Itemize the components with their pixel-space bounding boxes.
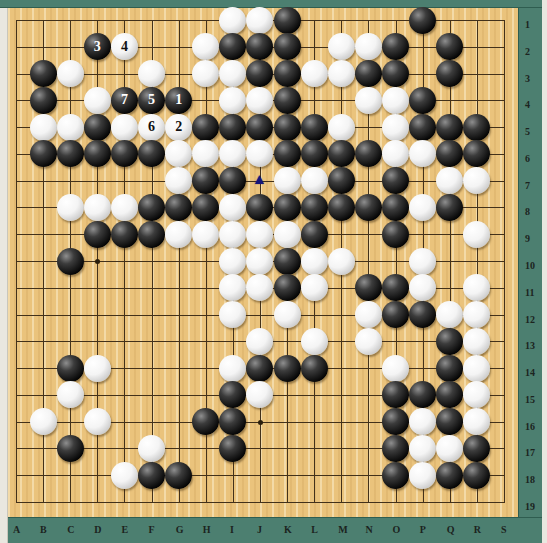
black-stone-G8 xyxy=(165,194,192,221)
black-stone-K10 xyxy=(274,248,301,275)
star-point xyxy=(258,420,263,425)
row-label-8: 8 xyxy=(525,206,530,217)
white-stone-O4 xyxy=(382,87,409,114)
black-stone-K3 xyxy=(274,60,301,87)
black-stone-I17 xyxy=(219,435,246,462)
black-stone-J2 xyxy=(246,33,273,60)
row-label-15: 15 xyxy=(525,394,535,405)
row-label-16: 16 xyxy=(525,421,535,432)
black-stone-O17 xyxy=(382,435,409,462)
black-stone-N6 xyxy=(355,140,382,167)
black-stone-I15 xyxy=(219,381,246,408)
white-stone-G6 xyxy=(165,140,192,167)
black-stone-O8 xyxy=(382,194,409,221)
move-number-label: 6 xyxy=(148,120,155,134)
row-label-panel: 12345678910111213141516171819 xyxy=(518,8,542,517)
move-number-label: 1 xyxy=(175,93,182,107)
row-label-18: 18 xyxy=(525,474,535,485)
column-label-B: B xyxy=(40,524,47,535)
white-stone-E18 xyxy=(111,462,138,489)
black-stone-E6 xyxy=(111,140,138,167)
white-stone-D4 xyxy=(84,87,111,114)
white-stone-N2 xyxy=(355,33,382,60)
black-stone-R6 xyxy=(463,140,490,167)
column-label-Q: Q xyxy=(447,524,455,535)
white-stone-C5 xyxy=(57,114,84,141)
white-stone-M3 xyxy=(328,60,355,87)
black-stone-P12 xyxy=(409,301,436,328)
white-stone-F5: 6 xyxy=(138,114,165,141)
go-board[interactable]: 3475162▲ xyxy=(8,8,519,518)
column-label-D: D xyxy=(94,524,101,535)
white-stone-K9 xyxy=(274,221,301,248)
white-stone-P11 xyxy=(409,274,436,301)
row-label-9: 9 xyxy=(525,233,530,244)
column-label-C: C xyxy=(67,524,74,535)
white-stone-J10 xyxy=(246,248,273,275)
white-stone-Q7 xyxy=(436,167,463,194)
white-stone-I3 xyxy=(219,60,246,87)
white-stone-I14 xyxy=(219,355,246,382)
row-label-2: 2 xyxy=(525,46,530,57)
white-stone-D14 xyxy=(84,355,111,382)
go-app-window: 3475162▲ 12345678910111213141516171819 A… xyxy=(0,0,547,543)
black-stone-O2 xyxy=(382,33,409,60)
black-stone-H5 xyxy=(192,114,219,141)
black-stone-K2 xyxy=(274,33,301,60)
black-stone-O3 xyxy=(382,60,409,87)
white-stone-I6 xyxy=(219,140,246,167)
black-stone-Q15 xyxy=(436,381,463,408)
black-stone-B3 xyxy=(30,60,57,87)
black-stone-Q8 xyxy=(436,194,463,221)
window-left-edge xyxy=(0,8,8,543)
column-label-P: P xyxy=(420,524,426,535)
black-stone-L6 xyxy=(301,140,328,167)
white-stone-K12 xyxy=(274,301,301,328)
black-stone-H7 xyxy=(192,167,219,194)
black-stone-D2: 3 xyxy=(84,33,111,60)
black-stone-D5 xyxy=(84,114,111,141)
column-label-N: N xyxy=(365,524,372,535)
black-stone-K4 xyxy=(274,87,301,114)
column-label-panel: ABCDEFGHIJKLMNOPQRS xyxy=(8,517,542,543)
white-stone-P10 xyxy=(409,248,436,275)
column-label-J: J xyxy=(257,524,262,535)
white-stone-P6 xyxy=(409,140,436,167)
white-stone-E5 xyxy=(111,114,138,141)
black-stone-K1 xyxy=(274,7,301,34)
black-stone-O7 xyxy=(382,167,409,194)
white-stone-C15 xyxy=(57,381,84,408)
black-stone-J8 xyxy=(246,194,273,221)
black-stone-Q14 xyxy=(436,355,463,382)
row-label-12: 12 xyxy=(525,314,535,325)
black-stone-F8 xyxy=(138,194,165,221)
white-stone-J11 xyxy=(246,274,273,301)
white-stone-O5 xyxy=(382,114,409,141)
black-stone-O16 xyxy=(382,408,409,435)
row-label-17: 17 xyxy=(525,447,535,458)
white-stone-G9 xyxy=(165,221,192,248)
white-stone-B16 xyxy=(30,408,57,435)
black-stone-H8 xyxy=(192,194,219,221)
white-stone-G5: 2 xyxy=(165,114,192,141)
row-label-11: 11 xyxy=(525,287,534,298)
black-stone-G18 xyxy=(165,462,192,489)
black-stone-B6 xyxy=(30,140,57,167)
row-label-14: 14 xyxy=(525,367,535,378)
white-stone-L3 xyxy=(301,60,328,87)
column-label-L: L xyxy=(311,524,318,535)
white-stone-I11 xyxy=(219,274,246,301)
black-stone-N8 xyxy=(355,194,382,221)
black-stone-R17 xyxy=(463,435,490,462)
white-stone-P8 xyxy=(409,194,436,221)
black-stone-K6 xyxy=(274,140,301,167)
white-stone-D16 xyxy=(84,408,111,435)
white-stone-R14 xyxy=(463,355,490,382)
white-stone-O14 xyxy=(382,355,409,382)
black-stone-I7 xyxy=(219,167,246,194)
black-stone-C6 xyxy=(57,140,84,167)
black-stone-Q16 xyxy=(436,408,463,435)
white-stone-K7 xyxy=(274,167,301,194)
grid-line-v xyxy=(16,20,17,503)
black-stone-K8 xyxy=(274,194,301,221)
black-stone-O9 xyxy=(382,221,409,248)
move-number-label: 3 xyxy=(94,40,101,54)
white-stone-B5 xyxy=(30,114,57,141)
black-stone-L14 xyxy=(301,355,328,382)
row-label-13: 13 xyxy=(525,340,535,351)
black-stone-O11 xyxy=(382,274,409,301)
white-stone-D8 xyxy=(84,194,111,221)
black-stone-E9 xyxy=(111,221,138,248)
row-label-10: 10 xyxy=(525,260,535,271)
white-stone-I4 xyxy=(219,87,246,114)
column-label-E: E xyxy=(121,524,128,535)
column-label-K: K xyxy=(284,524,292,535)
white-stone-L11 xyxy=(301,274,328,301)
white-stone-N4 xyxy=(355,87,382,114)
column-label-R: R xyxy=(474,524,481,535)
column-label-A: A xyxy=(13,524,20,535)
black-stone-J3 xyxy=(246,60,273,87)
row-label-3: 3 xyxy=(525,73,530,84)
black-stone-H16 xyxy=(192,408,219,435)
white-stone-I1 xyxy=(219,7,246,34)
black-stone-I16 xyxy=(219,408,246,435)
black-stone-R18 xyxy=(463,462,490,489)
white-stone-Q17 xyxy=(436,435,463,462)
black-stone-D6 xyxy=(84,140,111,167)
black-stone-M8 xyxy=(328,194,355,221)
black-stone-O15 xyxy=(382,381,409,408)
white-stone-R9 xyxy=(463,221,490,248)
black-stone-K14 xyxy=(274,355,301,382)
white-stone-J1 xyxy=(246,7,273,34)
white-stone-N12 xyxy=(355,301,382,328)
black-stone-B4 xyxy=(30,87,57,114)
black-stone-Q6 xyxy=(436,140,463,167)
black-stone-Q3 xyxy=(436,60,463,87)
black-stone-L8 xyxy=(301,194,328,221)
white-stone-H6 xyxy=(192,140,219,167)
white-stone-E8 xyxy=(111,194,138,221)
star-point xyxy=(95,259,100,264)
white-stone-E2: 4 xyxy=(111,33,138,60)
move-number-label: 5 xyxy=(148,93,155,107)
black-stone-O12 xyxy=(382,301,409,328)
black-stone-C17 xyxy=(57,435,84,462)
black-stone-Q18 xyxy=(436,462,463,489)
triangle-marker: ▲ xyxy=(252,172,267,187)
column-label-H: H xyxy=(203,524,211,535)
black-stone-Q2 xyxy=(436,33,463,60)
white-stone-H9 xyxy=(192,221,219,248)
white-stone-M2 xyxy=(328,33,355,60)
column-label-I: I xyxy=(230,524,234,535)
black-stone-L5 xyxy=(301,114,328,141)
white-stone-L7 xyxy=(301,167,328,194)
white-stone-J6 xyxy=(246,140,273,167)
row-label-5: 5 xyxy=(525,126,530,137)
move-number-label: 2 xyxy=(175,120,182,134)
black-stone-F9 xyxy=(138,221,165,248)
white-stone-I9 xyxy=(219,221,246,248)
white-stone-R7 xyxy=(463,167,490,194)
white-stone-C8 xyxy=(57,194,84,221)
black-stone-N11 xyxy=(355,274,382,301)
black-stone-G4: 1 xyxy=(165,87,192,114)
black-stone-P4 xyxy=(409,87,436,114)
white-stone-N13 xyxy=(355,328,382,355)
white-stone-M10 xyxy=(328,248,355,275)
white-stone-R12 xyxy=(463,301,490,328)
black-stone-P5 xyxy=(409,114,436,141)
white-stone-P18 xyxy=(409,462,436,489)
column-label-S: S xyxy=(501,524,507,535)
move-number-label: 7 xyxy=(121,93,128,107)
black-stone-P15 xyxy=(409,381,436,408)
black-stone-N3 xyxy=(355,60,382,87)
white-stone-P16 xyxy=(409,408,436,435)
black-stone-R5 xyxy=(463,114,490,141)
black-stone-E4: 7 xyxy=(111,87,138,114)
window-right-edge xyxy=(542,0,547,543)
black-stone-Q5 xyxy=(436,114,463,141)
row-label-6: 6 xyxy=(525,153,530,164)
white-stone-L13 xyxy=(301,328,328,355)
white-stone-R11 xyxy=(463,274,490,301)
black-stone-I2 xyxy=(219,33,246,60)
white-stone-J15 xyxy=(246,381,273,408)
black-stone-P1 xyxy=(409,7,436,34)
column-label-O: O xyxy=(393,524,401,535)
white-stone-J13 xyxy=(246,328,273,355)
white-stone-M5 xyxy=(328,114,355,141)
black-stone-J14 xyxy=(246,355,273,382)
row-label-19: 19 xyxy=(525,501,535,512)
white-stone-R13 xyxy=(463,328,490,355)
white-stone-J9 xyxy=(246,221,273,248)
white-stone-R15 xyxy=(463,381,490,408)
white-stone-C3 xyxy=(57,60,84,87)
black-stone-Q13 xyxy=(436,328,463,355)
white-stone-R16 xyxy=(463,408,490,435)
white-stone-L10 xyxy=(301,248,328,275)
black-stone-M6 xyxy=(328,140,355,167)
white-stone-G7 xyxy=(165,167,192,194)
row-label-7: 7 xyxy=(525,180,530,191)
black-stone-F6 xyxy=(138,140,165,167)
white-stone-F3 xyxy=(138,60,165,87)
black-stone-J5 xyxy=(246,114,273,141)
white-stone-J4 xyxy=(246,87,273,114)
window-top-bar xyxy=(0,0,547,8)
black-stone-K11 xyxy=(274,274,301,301)
black-stone-L9 xyxy=(301,221,328,248)
black-stone-C14 xyxy=(57,355,84,382)
black-stone-F18 xyxy=(138,462,165,489)
white-stone-I10 xyxy=(219,248,246,275)
black-stone-D9 xyxy=(84,221,111,248)
white-stone-P17 xyxy=(409,435,436,462)
white-stone-O6 xyxy=(382,140,409,167)
white-stone-H2 xyxy=(192,33,219,60)
black-stone-M7 xyxy=(328,167,355,194)
white-stone-I12 xyxy=(219,301,246,328)
move-number-label: 4 xyxy=(121,40,128,54)
white-stone-H3 xyxy=(192,60,219,87)
white-stone-Q12 xyxy=(436,301,463,328)
black-stone-K5 xyxy=(274,114,301,141)
column-label-G: G xyxy=(176,524,184,535)
row-label-1: 1 xyxy=(525,19,530,30)
black-stone-I5 xyxy=(219,114,246,141)
column-label-F: F xyxy=(149,524,155,535)
grid-line-v xyxy=(504,20,505,503)
black-stone-C10 xyxy=(57,248,84,275)
row-label-4: 4 xyxy=(525,99,530,110)
white-stone-F17 xyxy=(138,435,165,462)
black-stone-F4: 5 xyxy=(138,87,165,114)
black-stone-O18 xyxy=(382,462,409,489)
white-stone-I8 xyxy=(219,194,246,221)
column-label-M: M xyxy=(338,524,347,535)
